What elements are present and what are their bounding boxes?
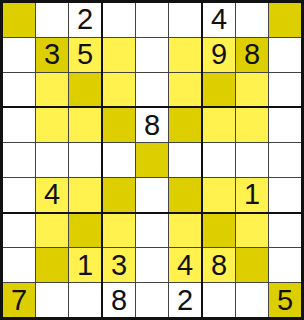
sudoku-board: 23549848117348285 bbox=[0, 0, 304, 320]
cell-r5c1[interactable] bbox=[3, 143, 35, 177]
cell-r8c2[interactable] bbox=[36, 248, 68, 282]
cell-r1c1[interactable] bbox=[3, 3, 35, 37]
cell-r5c8[interactable] bbox=[236, 143, 268, 177]
cell-r9c2[interactable] bbox=[36, 283, 68, 317]
box-r2c3: 1 bbox=[203, 108, 301, 211]
cell-r7c2[interactable] bbox=[36, 214, 68, 248]
cell-r9c7[interactable] bbox=[203, 283, 235, 317]
cell-r2c8[interactable]: 8 bbox=[236, 38, 268, 72]
cell-r2c6[interactable] bbox=[169, 38, 201, 72]
cell-r4c1[interactable] bbox=[3, 108, 35, 142]
cell-r5c4[interactable] bbox=[103, 143, 135, 177]
cell-r5c5[interactable] bbox=[136, 143, 168, 177]
cell-r8c5[interactable] bbox=[136, 248, 168, 282]
cell-r4c3[interactable] bbox=[69, 108, 101, 142]
cell-r5c7[interactable] bbox=[203, 143, 235, 177]
cell-r6c6[interactable] bbox=[169, 178, 201, 212]
cell-r9c4[interactable]: 8 bbox=[103, 283, 135, 317]
cell-r1c5[interactable] bbox=[136, 3, 168, 37]
cell-r1c3[interactable]: 2 bbox=[69, 3, 101, 37]
cell-r5c3[interactable] bbox=[69, 143, 101, 177]
cell-r1c6[interactable] bbox=[169, 3, 201, 37]
cell-r3c9[interactable] bbox=[269, 73, 301, 107]
cell-r3c4[interactable] bbox=[103, 73, 135, 107]
cell-r3c7[interactable] bbox=[203, 73, 235, 107]
cell-r7c3[interactable] bbox=[69, 214, 101, 248]
cell-r6c8[interactable]: 1 bbox=[236, 178, 268, 212]
cell-r9c3[interactable] bbox=[69, 283, 101, 317]
cell-r4c5[interactable]: 8 bbox=[136, 108, 168, 142]
cell-r3c6[interactable] bbox=[169, 73, 201, 107]
cell-r5c6[interactable] bbox=[169, 143, 201, 177]
cell-r6c1[interactable] bbox=[3, 178, 35, 212]
cell-r4c7[interactable] bbox=[203, 108, 235, 142]
cell-r1c8[interactable] bbox=[236, 3, 268, 37]
cell-r6c7[interactable] bbox=[203, 178, 235, 212]
cell-r2c7[interactable]: 9 bbox=[203, 38, 235, 72]
box-r1c3: 498 bbox=[203, 3, 301, 106]
cell-r2c4[interactable] bbox=[103, 38, 135, 72]
cell-r4c4[interactable] bbox=[103, 108, 135, 142]
cell-r8c6[interactable]: 4 bbox=[169, 248, 201, 282]
cell-r4c6[interactable] bbox=[169, 108, 201, 142]
cell-r7c6[interactable] bbox=[169, 214, 201, 248]
cell-r7c7[interactable] bbox=[203, 214, 235, 248]
cell-r8c7[interactable]: 8 bbox=[203, 248, 235, 282]
box-r2c2: 8 bbox=[103, 108, 201, 211]
cell-r4c9[interactable] bbox=[269, 108, 301, 142]
cell-r7c4[interactable] bbox=[103, 214, 135, 248]
cell-r8c8[interactable] bbox=[236, 248, 268, 282]
cell-r9c1[interactable]: 7 bbox=[3, 283, 35, 317]
cell-r4c2[interactable] bbox=[36, 108, 68, 142]
cell-r3c5[interactable] bbox=[136, 73, 168, 107]
cell-r1c7[interactable]: 4 bbox=[203, 3, 235, 37]
cell-r2c1[interactable] bbox=[3, 38, 35, 72]
cell-r1c2[interactable] bbox=[36, 3, 68, 37]
cell-r8c4[interactable]: 3 bbox=[103, 248, 135, 282]
cell-r9c9[interactable]: 5 bbox=[269, 283, 301, 317]
cell-r3c3[interactable] bbox=[69, 73, 101, 107]
cell-r7c1[interactable] bbox=[3, 214, 35, 248]
cell-r2c3[interactable]: 5 bbox=[69, 38, 101, 72]
cell-r3c2[interactable] bbox=[36, 73, 68, 107]
cell-r1c4[interactable] bbox=[103, 3, 135, 37]
box-r3c3: 85 bbox=[203, 214, 301, 317]
cell-r4c8[interactable] bbox=[236, 108, 268, 142]
cell-r6c3[interactable] bbox=[69, 178, 101, 212]
box-r3c1: 17 bbox=[3, 214, 101, 317]
cell-r7c9[interactable] bbox=[269, 214, 301, 248]
cell-r1c9[interactable] bbox=[269, 3, 301, 37]
cell-r8c1[interactable] bbox=[3, 248, 35, 282]
cell-r2c5[interactable] bbox=[136, 38, 168, 72]
cell-r6c4[interactable] bbox=[103, 178, 135, 212]
cell-r5c9[interactable] bbox=[269, 143, 301, 177]
cell-r5c2[interactable] bbox=[36, 143, 68, 177]
cell-r8c3[interactable]: 1 bbox=[69, 248, 101, 282]
box-r3c2: 3482 bbox=[103, 214, 201, 317]
box-r2c1: 4 bbox=[3, 108, 101, 211]
cell-r3c8[interactable] bbox=[236, 73, 268, 107]
box-r1c2 bbox=[103, 3, 201, 106]
cell-r6c2[interactable]: 4 bbox=[36, 178, 68, 212]
cell-r6c5[interactable] bbox=[136, 178, 168, 212]
cell-r2c2[interactable]: 3 bbox=[36, 38, 68, 72]
cell-r3c1[interactable] bbox=[3, 73, 35, 107]
cell-r9c8[interactable] bbox=[236, 283, 268, 317]
cell-r9c6[interactable]: 2 bbox=[169, 283, 201, 317]
cell-r6c9[interactable] bbox=[269, 178, 301, 212]
cell-r8c9[interactable] bbox=[269, 248, 301, 282]
box-r1c1: 235 bbox=[3, 3, 101, 106]
cell-r7c5[interactable] bbox=[136, 214, 168, 248]
cell-r7c8[interactable] bbox=[236, 214, 268, 248]
cell-r9c5[interactable] bbox=[136, 283, 168, 317]
cell-r2c9[interactable] bbox=[269, 38, 301, 72]
